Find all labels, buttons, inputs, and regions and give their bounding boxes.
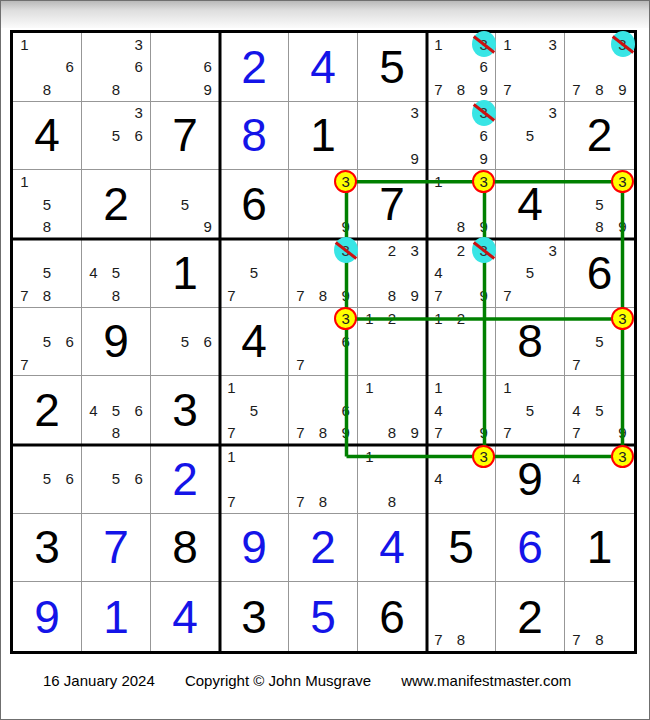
pencil-mark: 6 [127,56,150,79]
cell-r8c9[interactable]: 1 [565,514,634,583]
page: 1683686924513678913737894356781393693521… [0,0,650,720]
chain-node-candidate: 3 [472,445,495,468]
pencil-mark: 1 [427,170,450,193]
cell-r7c2[interactable]: 56 [82,445,151,514]
pencil-mark: 5 [105,262,128,285]
pencil-mark: 7 [427,284,450,307]
cell-r1c4[interactable]: 2 [220,33,289,102]
pencil-marks: 4568 [82,376,150,444]
pencil-marks: 168 [13,33,81,101]
pencil-mark: 5 [174,193,197,216]
eliminated-candidate: 3 [472,102,495,125]
big-digit-given: 2 [517,594,543,640]
pencil-mark: 8 [105,284,128,307]
cell-r6c1[interactable]: 2 [13,376,82,445]
pencil-mark: 9 [611,215,634,238]
pencil-marks: 59 [151,170,219,238]
pencil-marks: 356 [82,102,150,170]
pencil-mark: 8 [381,284,404,307]
pencil-mark: 2 [450,308,473,331]
big-digit-given: 7 [379,181,405,227]
pencil-mark: 3 [541,33,564,56]
pencil-mark: 6 [472,124,495,147]
pencil-marks: 357 [565,308,634,376]
cell-r9c5[interactable]: 5 [289,582,358,651]
pencil-mark: 8 [105,421,128,444]
pencil-mark: 7 [220,421,243,444]
big-digit-given: 2 [34,387,60,433]
pencil-marks: 18 [358,445,426,513]
pencil-mark: 1 [496,376,519,399]
big-digit-given: 8 [172,524,198,570]
pencil-mark: 5 [588,399,611,422]
pencil-mark: 3 [403,239,426,262]
cell-r1c3[interactable]: 69 [151,33,220,102]
eliminated-candidate: 3 [472,33,495,56]
pencil-mark: 5 [588,193,611,216]
chain-node-candidate: 3 [334,308,357,331]
pencil-mark: 6 [334,399,357,422]
pencil-marks: 2389 [358,239,426,307]
pencil-marks: 158 [13,170,81,238]
big-digit-given: 1 [310,112,336,158]
cell-r3c5[interactable]: 39 [289,170,358,239]
cell-r2c9[interactable]: 2 [565,102,634,171]
pencil-marks: 4579 [565,376,634,444]
pencil-mark: 1 [496,33,519,56]
cell-r3c4[interactable]: 6 [220,170,289,239]
pencil-mark: 1 [427,308,450,331]
pencil-mark: 7 [289,421,312,444]
cell-r8c5[interactable]: 2 [289,514,358,583]
pencil-marks: 157 [496,376,564,444]
pencil-mark: 1 [358,308,381,331]
cell-r8c1[interactable]: 3 [13,514,82,583]
pencil-marks: 1389 [427,170,495,238]
cell-r8c3[interactable]: 8 [151,514,220,583]
pencil-mark: 6 [58,56,81,79]
pencil-mark: 7 [13,284,36,307]
cell-r3c7[interactable]: 1389 [427,170,496,239]
cell-r1c8[interactable]: 137 [496,33,565,102]
pencil-mark: 5 [36,193,59,216]
cell-r7c4[interactable]: 17 [220,445,289,514]
pencil-mark: 8 [105,78,128,101]
cell-r8c7[interactable]: 5 [427,514,496,583]
cell-r4c3[interactable]: 1 [151,239,220,308]
pencil-marks: 578 [13,239,81,307]
big-digit-given: 6 [241,181,267,227]
cell-r9c2[interactable]: 1 [82,582,151,651]
cell-r1c5[interactable]: 4 [289,33,358,102]
cell-r7c7[interactable]: 34 [427,445,496,514]
pencil-marks: 3789 [289,239,357,307]
eliminated-candidate: 3 [611,33,634,56]
big-digit-solved: 4 [172,594,198,640]
pencil-marks: 17 [220,445,288,513]
footer: 16 January 2024 Copyright © John Musgrav… [43,672,571,689]
cell-r7c1[interactable]: 56 [13,445,82,514]
pencil-mark: 8 [312,284,335,307]
pencil-mark: 7 [565,628,588,651]
cell-r9c7[interactable]: 78 [427,582,496,651]
big-digit-given: 5 [448,524,474,570]
pencil-mark: 7 [565,78,588,101]
cell-r7c6[interactable]: 18 [358,445,427,514]
big-digit-given: 1 [587,524,613,570]
pencil-marks: 56 [13,445,81,513]
pencil-marks: 1479 [427,376,495,444]
pencil-mark: 5 [105,124,128,147]
pencil-marks: 136789 [427,33,495,101]
cell-r1c7[interactable]: 136789 [427,33,496,102]
cell-r9c8[interactable]: 2 [496,582,565,651]
cell-r4c4[interactable]: 57 [220,239,289,308]
cell-r5c9[interactable]: 357 [565,308,634,377]
pencil-marks: 78 [289,445,357,513]
cell-r2c7[interactable]: 369 [427,102,496,171]
pencil-mark: 2 [381,308,404,331]
cell-r9c9[interactable]: 78 [565,582,634,651]
pencil-mark: 6 [472,56,495,79]
pencil-mark: 7 [427,628,450,651]
pencil-mark: 4 [427,262,450,285]
pencil-mark: 6 [58,330,81,353]
pencil-mark: 8 [450,78,473,101]
footer-date: 16 January 2024 [43,672,155,689]
pencil-mark: 1 [427,33,450,56]
cell-r5c8[interactable]: 8 [496,308,565,377]
cell-r1c2[interactable]: 368 [82,33,151,102]
cell-r6c5[interactable]: 6789 [289,376,358,445]
cell-r9c1[interactable]: 9 [13,582,82,651]
chain-node-candidate: 3 [611,170,634,193]
chain-node-candidate: 3 [611,445,634,468]
pencil-mark: 8 [312,421,335,444]
pencil-marks: 357 [496,239,564,307]
pencil-marks: 3789 [565,33,634,101]
pencil-mark: 9 [196,78,219,101]
cell-r6c6[interactable]: 189 [358,376,427,445]
pencil-marks: 157 [220,376,288,444]
big-digit-solved: 6 [517,524,543,570]
big-digit-solved: 4 [379,524,405,570]
cell-r2c1[interactable]: 4 [13,102,82,171]
pencil-mark: 3 [403,102,426,125]
pencil-mark: 5 [174,330,197,353]
pencil-mark: 5 [519,262,542,285]
pencil-marks: 69 [151,33,219,101]
pencil-mark: 1 [427,376,450,399]
pencil-mark: 1 [220,376,243,399]
big-digit-solved: 7 [103,524,129,570]
cell-r4c6[interactable]: 2389 [358,239,427,308]
pencil-mark: 9 [403,147,426,170]
pencil-mark: 4 [565,399,588,422]
big-digit-solved: 2 [241,44,267,90]
pencil-marks: 39 [289,170,357,238]
pencil-marks: 23479 [427,239,495,307]
pencil-marks: 12 [427,308,495,376]
pencil-mark: 5 [105,399,128,422]
pencil-mark: 3 [127,33,150,56]
window-top-bar [1,1,649,28]
big-digit-given: 2 [587,112,613,158]
pencil-mark: 1 [358,376,381,399]
cell-r5c6[interactable]: 12 [358,308,427,377]
pencil-mark: 8 [588,628,611,651]
cell-r8c4[interactable]: 9 [220,514,289,583]
cell-r2c3[interactable]: 7 [151,102,220,171]
cell-r4c5[interactable]: 3789 [289,239,358,308]
pencil-mark: 9 [472,421,495,444]
cell-r1c1[interactable]: 168 [13,33,82,102]
cell-r5c3[interactable]: 56 [151,308,220,377]
big-digit-given: 7 [172,112,198,158]
pencil-mark: 6 [58,468,81,491]
pencil-mark: 5 [243,399,266,422]
pencil-mark: 9 [403,284,426,307]
cell-r8c6[interactable]: 4 [358,514,427,583]
cell-r7c8[interactable]: 9 [496,445,565,514]
pencil-mark: 7 [565,421,588,444]
big-digit-given: 9 [517,456,543,502]
pencil-mark: 8 [36,284,59,307]
big-digit-given: 5 [379,44,405,90]
pencil-mark: 9 [611,78,634,101]
pencil-mark: 7 [220,490,243,513]
cell-r6c9[interactable]: 4579 [565,376,634,445]
cell-r2c6[interactable]: 39 [358,102,427,171]
big-digit-solved: 5 [310,594,336,640]
pencil-mark: 6 [127,124,150,147]
pencil-marks: 35 [496,102,564,170]
big-digit-solved: 9 [241,524,267,570]
cell-r7c5[interactable]: 78 [289,445,358,514]
pencil-mark: 3 [541,239,564,262]
pencil-mark: 4 [427,399,450,422]
pencil-mark: 3 [127,102,150,125]
pencil-mark: 7 [289,353,312,376]
cell-r8c8[interactable]: 6 [496,514,565,583]
pencil-marks: 56 [151,308,219,376]
cell-r4c2[interactable]: 458 [82,239,151,308]
pencil-marks: 369 [427,102,495,170]
pencil-marks: 368 [82,33,150,101]
pencil-mark: 2 [381,239,404,262]
pencil-mark: 8 [588,78,611,101]
pencil-mark: 8 [36,215,59,238]
pencil-mark: 7 [427,421,450,444]
cell-r5c4[interactable]: 4 [220,308,289,377]
footer-site[interactable]: www.manifestmaster.com [401,672,571,689]
pencil-marks: 57 [220,239,288,307]
pencil-mark: 9 [472,78,495,101]
pencil-mark: 5 [36,468,59,491]
pencil-mark: 8 [381,421,404,444]
eliminated-candidate: 3 [472,239,495,262]
cell-r5c1[interactable]: 567 [13,308,82,377]
pencil-marks: 12 [358,308,426,376]
cell-r3c9[interactable]: 3589 [565,170,634,239]
pencil-marks: 34 [565,445,634,513]
cell-r6c7[interactable]: 1479 [427,376,496,445]
pencil-mark: 4 [427,468,450,491]
pencil-mark: 1 [13,33,36,56]
big-digit-given: 6 [587,250,613,296]
cell-r3c2[interactable]: 2 [82,170,151,239]
big-digit-given: 3 [34,524,60,570]
pencil-marks: 3589 [565,170,634,238]
pencil-mark: 7 [13,353,36,376]
big-digit-given: 4 [34,112,60,158]
big-digit-solved: 9 [34,594,60,640]
cell-r9c3[interactable]: 4 [151,582,220,651]
pencil-mark: 8 [450,628,473,651]
pencil-marks: 34 [427,445,495,513]
pencil-mark: 8 [381,490,404,513]
eliminated-candidate: 3 [334,239,357,262]
cell-r5c2[interactable]: 9 [82,308,151,377]
cell-r4c8[interactable]: 357 [496,239,565,308]
pencil-mark: 5 [519,124,542,147]
pencil-mark: 7 [220,284,243,307]
pencil-mark: 7 [496,421,519,444]
pencil-mark: 1 [358,445,381,468]
pencil-marks: 39 [358,102,426,170]
pencil-mark: 7 [496,78,519,101]
big-digit-given: 9 [103,318,129,364]
pencil-mark: 9 [334,421,357,444]
pencil-mark: 5 [36,262,59,285]
pencil-mark: 5 [588,330,611,353]
pencil-mark: 4 [565,468,588,491]
big-digit-given: 6 [379,594,405,640]
cell-r3c1[interactable]: 158 [13,170,82,239]
pencil-mark: 9 [611,421,634,444]
pencil-mark: 6 [196,330,219,353]
cell-r3c6[interactable]: 7 [358,170,427,239]
cell-r4c1[interactable]: 578 [13,239,82,308]
pencil-mark: 9 [196,215,219,238]
pencil-marks: 6789 [289,376,357,444]
cell-r4c9[interactable]: 6 [565,239,634,308]
big-digit-given: 8 [517,318,543,364]
cell-r2c5[interactable]: 1 [289,102,358,171]
cell-r5c5[interactable]: 367 [289,308,358,377]
pencil-mark: 5 [519,399,542,422]
pencil-mark: 2 [450,239,473,262]
pencil-mark: 9 [472,215,495,238]
cell-r6c4[interactable]: 157 [220,376,289,445]
big-digit-solved: 2 [310,524,336,570]
pencil-mark: 7 [496,284,519,307]
pencil-mark: 7 [289,284,312,307]
cell-r6c2[interactable]: 4568 [82,376,151,445]
pencil-mark: 5 [36,330,59,353]
sudoku-board: 1683686924513678913737894356781393693521… [10,30,637,654]
big-digit-given: 4 [517,181,543,227]
pencil-mark: 9 [472,284,495,307]
cell-r3c8[interactable]: 4 [496,170,565,239]
pencil-marks: 458 [82,239,150,307]
cell-r1c9[interactable]: 3789 [565,33,634,102]
chain-node-candidate: 3 [472,170,495,193]
pencil-marks: 567 [13,308,81,376]
cell-r1c6[interactable]: 5 [358,33,427,102]
cell-r4c7[interactable]: 23479 [427,239,496,308]
big-digit-given: 3 [172,387,198,433]
sudoku-grid: 1683686924513678913737894356781393693521… [13,33,634,651]
cell-r9c4[interactable]: 3 [220,582,289,651]
pencil-mark: 6 [334,330,357,353]
pencil-mark: 8 [36,78,59,101]
pencil-mark: 6 [127,468,150,491]
cell-r2c2[interactable]: 356 [82,102,151,171]
pencil-marks: 367 [289,308,357,376]
big-digit-given: 2 [103,181,129,227]
big-digit-solved: 2 [172,456,198,502]
pencil-mark: 8 [312,490,335,513]
cell-r8c2[interactable]: 7 [82,514,151,583]
cell-r6c3[interactable]: 3 [151,376,220,445]
pencil-mark: 8 [450,215,473,238]
cell-r2c8[interactable]: 35 [496,102,565,171]
pencil-mark: 1 [13,170,36,193]
footer-copyright: Copyright © John Musgrave [185,672,371,689]
pencil-marks: 78 [427,582,495,651]
pencil-mark: 9 [472,147,495,170]
big-digit-given: 3 [241,594,267,640]
cell-r3c3[interactable]: 59 [151,170,220,239]
cell-r5c7[interactable]: 12 [427,308,496,377]
chain-node-candidate: 3 [611,308,634,331]
pencil-marks: 137 [496,33,564,101]
pencil-mark: 9 [403,421,426,444]
cell-r2c4[interactable]: 8 [220,102,289,171]
pencil-mark: 5 [105,468,128,491]
big-digit-solved: 1 [103,594,129,640]
pencil-marks: 56 [82,445,150,513]
pencil-mark: 3 [541,102,564,125]
pencil-mark: 7 [427,78,450,101]
big-digit-solved: 4 [310,44,336,90]
pencil-mark: 9 [334,215,357,238]
pencil-mark: 8 [588,215,611,238]
pencil-marks: 189 [358,376,426,444]
pencil-mark: 4 [82,399,105,422]
cell-r7c9[interactable]: 34 [565,445,634,514]
cell-r6c8[interactable]: 157 [496,376,565,445]
pencil-mark: 9 [334,284,357,307]
pencil-mark: 6 [127,399,150,422]
pencil-mark: 4 [82,262,105,285]
chain-node-candidate: 3 [334,170,357,193]
cell-r7c3[interactable]: 2 [151,445,220,514]
pencil-mark: 6 [196,56,219,79]
cell-r9c6[interactable]: 6 [358,582,427,651]
pencil-mark: 1 [220,445,243,468]
pencil-marks: 78 [565,582,634,651]
big-digit-solved: 8 [241,112,267,158]
pencil-mark: 7 [565,353,588,376]
big-digit-given: 4 [241,318,267,364]
pencil-mark: 5 [243,262,266,285]
pencil-mark: 7 [289,490,312,513]
big-digit-given: 1 [172,250,198,296]
